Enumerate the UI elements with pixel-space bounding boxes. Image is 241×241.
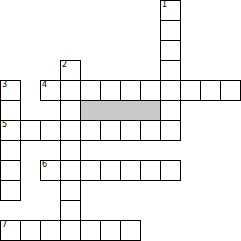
shaded-cells-r5c4[interactable]	[80, 100, 161, 121]
grid-cell-r11c1[interactable]	[20, 220, 41, 241]
grid-cell-r11c0[interactable]: 7	[0, 220, 21, 241]
grid-cell-r6c7[interactable]	[140, 120, 161, 141]
grid-cell-r9c0[interactable]	[0, 180, 21, 201]
grid-cell-r11c4[interactable]	[80, 220, 101, 241]
grid-cell-r7c3[interactable]	[60, 140, 81, 161]
grid-cell-r8c8[interactable]	[160, 160, 181, 181]
grid-cell-r8c6[interactable]	[120, 160, 141, 181]
grid-cell-r4c6[interactable]	[120, 80, 141, 101]
clue-number-2: 2	[62, 60, 67, 69]
grid-cell-r4c8[interactable]	[160, 80, 181, 101]
grid-cell-r8c3[interactable]	[60, 160, 81, 181]
grid-cell-r9c3[interactable]	[60, 180, 81, 201]
grid-cell-r11c2[interactable]	[40, 220, 61, 241]
grid-cell-r6c2[interactable]	[40, 120, 61, 141]
grid-cell-r8c7[interactable]	[140, 160, 161, 181]
grid-cell-r4c7[interactable]	[140, 80, 161, 101]
grid-cell-r5c8[interactable]	[160, 100, 181, 121]
clue-number-7: 7	[2, 220, 7, 229]
grid-cell-r6c5[interactable]	[100, 120, 121, 141]
grid-cell-r3c3[interactable]: 2	[60, 60, 81, 81]
grid-cell-r4c5[interactable]	[100, 80, 121, 101]
grid-cell-r0c8[interactable]: 1	[160, 0, 181, 21]
grid-cell-r8c5[interactable]	[100, 160, 121, 181]
grid-cell-r4c9[interactable]	[180, 80, 201, 101]
grid-cell-r3c8[interactable]	[160, 60, 181, 81]
grid-cell-r6c8[interactable]	[160, 120, 181, 141]
grid-cell-r4c4[interactable]	[80, 80, 101, 101]
grid-cell-r5c0[interactable]	[0, 100, 21, 121]
grid-cell-r1c8[interactable]	[160, 20, 181, 41]
grid-cell-r6c4[interactable]	[80, 120, 101, 141]
grid-cell-r2c8[interactable]	[160, 40, 181, 61]
clue-number-1: 1	[162, 0, 167, 9]
grid-cell-r6c6[interactable]	[120, 120, 141, 141]
grid-cell-r8c0[interactable]	[0, 160, 21, 181]
grid-cell-r8c2[interactable]: 6	[40, 160, 61, 181]
grid-cell-r11c3[interactable]	[60, 220, 81, 241]
grid-cell-r6c0[interactable]: 5	[0, 120, 21, 141]
crossword-board: 1234567	[0, 0, 241, 241]
grid-cell-r11c5[interactable]	[100, 220, 121, 241]
grid-cell-r6c3[interactable]	[60, 120, 81, 141]
clue-number-4: 4	[42, 80, 47, 89]
grid-cell-r7c0[interactable]	[0, 140, 21, 161]
grid-cell-r6c1[interactable]	[20, 120, 41, 141]
grid-cell-r4c11[interactable]	[220, 80, 241, 101]
clue-number-5: 5	[2, 120, 7, 129]
grid-cell-r4c2[interactable]: 4	[40, 80, 61, 101]
grid-cell-r4c10[interactable]	[200, 80, 221, 101]
grid-cell-r10c3[interactable]	[60, 200, 81, 221]
grid-cell-r11c6[interactable]	[120, 220, 141, 241]
grid-cell-r5c3[interactable]	[60, 100, 81, 121]
grid-cell-r4c3[interactable]	[60, 80, 81, 101]
grid-cell-r8c4[interactable]	[80, 160, 101, 181]
clue-number-3: 3	[2, 80, 7, 89]
clue-number-6: 6	[42, 160, 47, 169]
grid-cell-r4c0[interactable]: 3	[0, 80, 21, 101]
